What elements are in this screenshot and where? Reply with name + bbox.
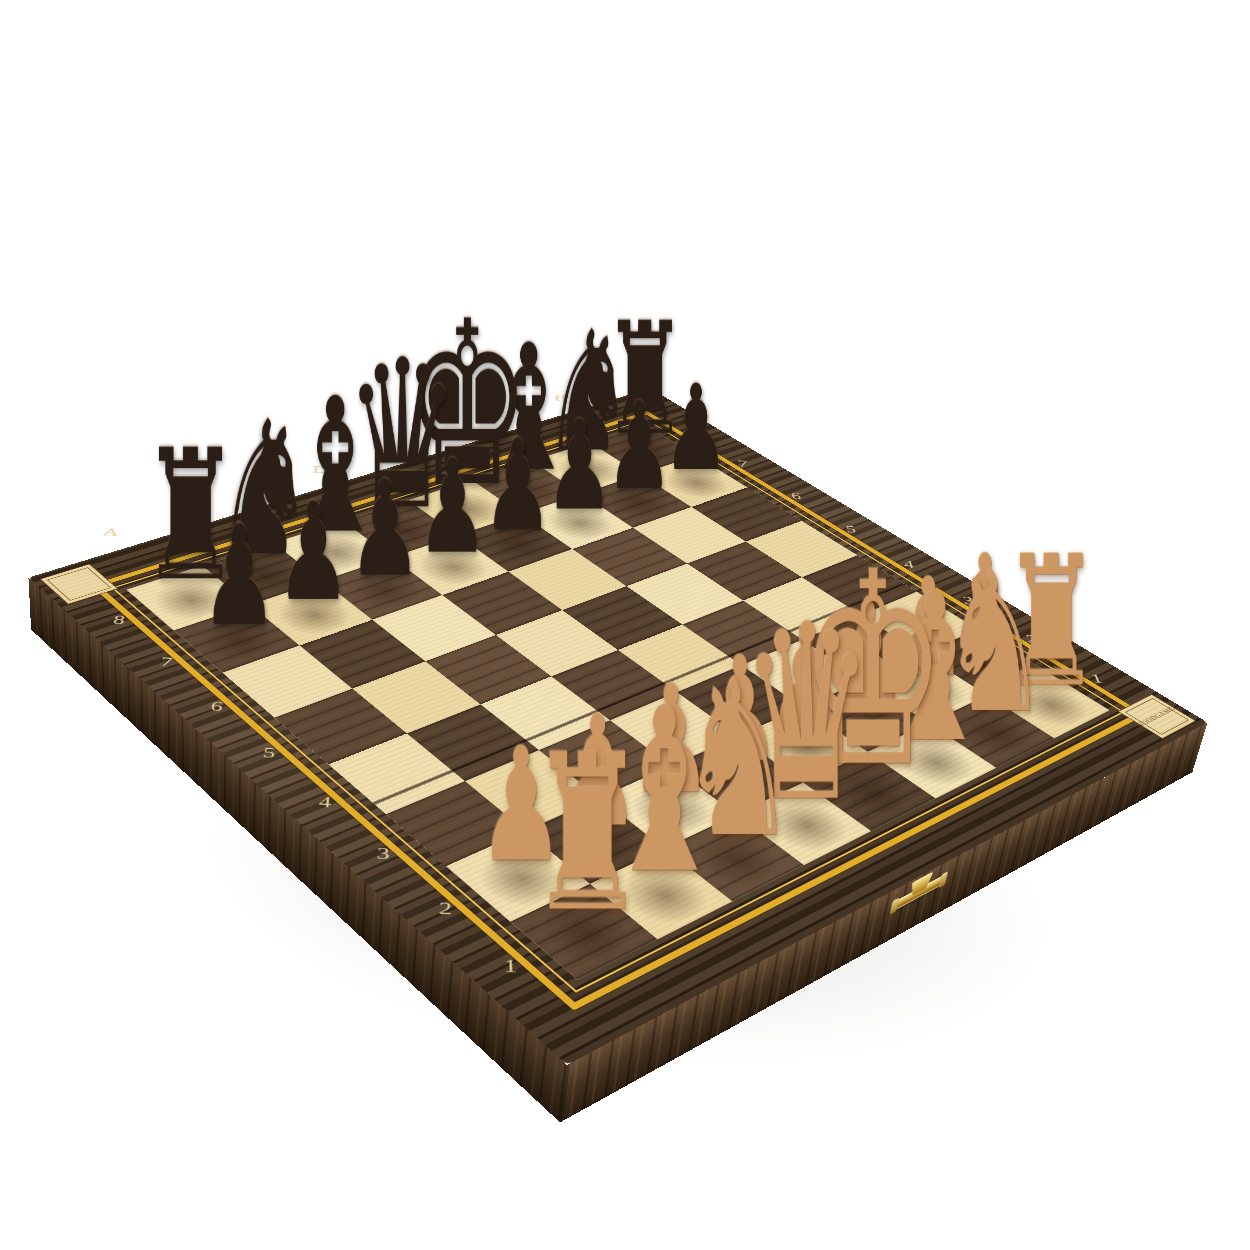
clasp-end-right	[938, 871, 948, 888]
piece-black-pawn-b7[interactable]: ♟	[276, 485, 351, 620]
clasp-end-left	[890, 897, 900, 915]
piece-black-pawn-a7[interactable]: ♟	[200, 507, 277, 645]
piece-black-pawn-f7[interactable]: ♟	[545, 404, 614, 527]
piece-black-pawn-e7[interactable]: ♟	[482, 423, 552, 549]
piece-black-pawn-g7[interactable]: ♟	[605, 386, 672, 507]
brass-clasp	[893, 864, 946, 913]
piece-black-pawn-d7[interactable]: ♟	[417, 442, 489, 571]
piece-white-rook-a1[interactable]: ♜	[527, 726, 647, 942]
product-photo: WOODGAMES ♜♞♝♛♚♝♞♜♟♟♟♟♟♟♟♟♟♟♟♟♟♟♟♟♜♝♞♛♚♝…	[0, 0, 1250, 1250]
piece-black-pawn-c7[interactable]: ♟	[348, 463, 421, 595]
corner-inlay-h1: WOODGAMES	[1118, 694, 1197, 739]
